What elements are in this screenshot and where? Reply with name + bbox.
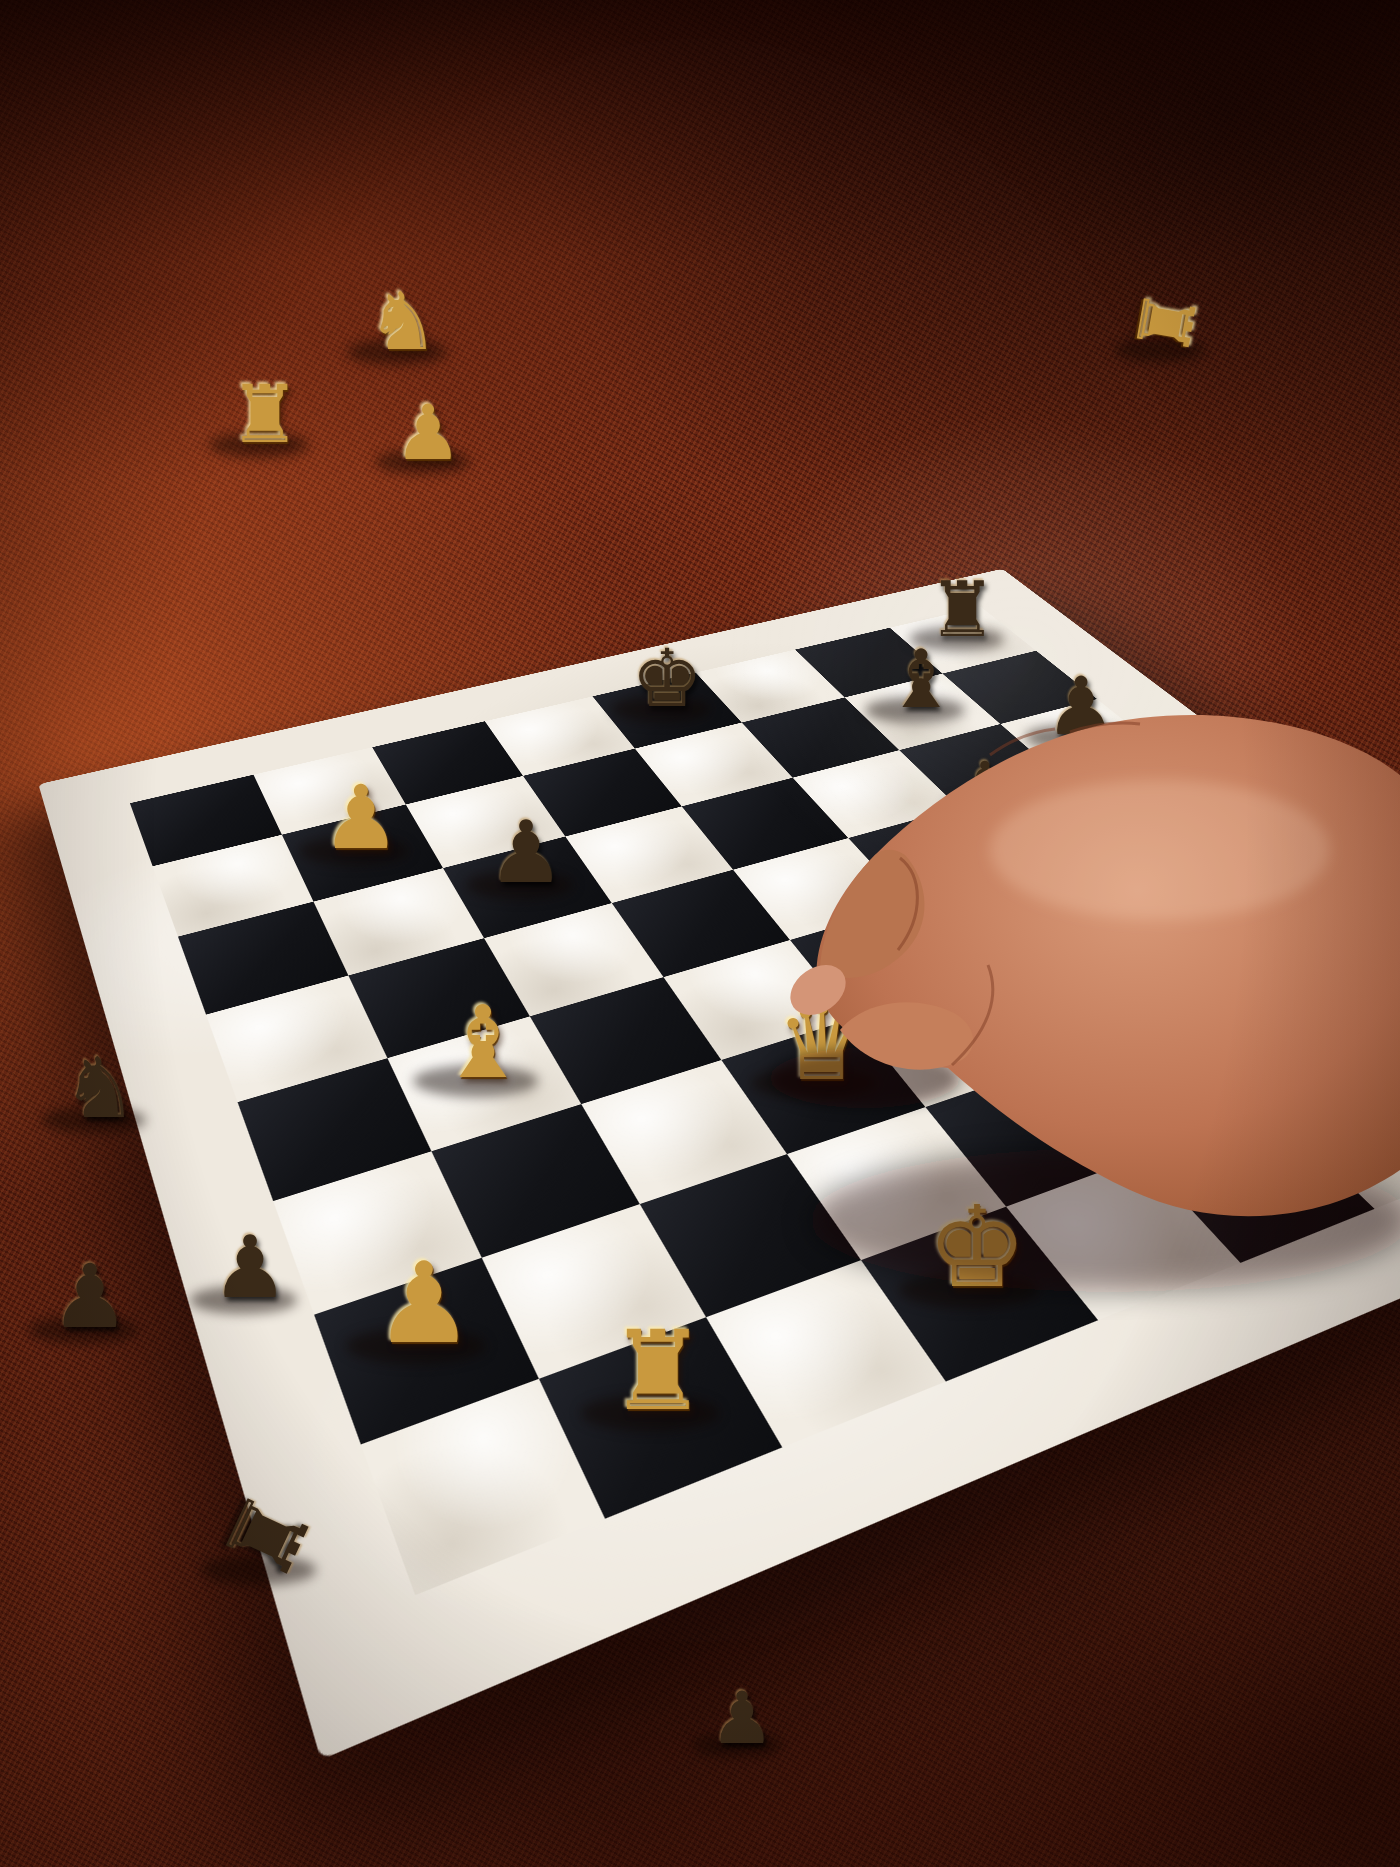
- captured-black-rook-4[interactable]: ♜: [206, 1478, 324, 1592]
- piece-white-bishop-b4[interactable]: ♝: [438, 993, 528, 1093]
- captured-black-pawn-2[interactable]: ♟: [51, 1253, 130, 1341]
- piece-white-rook-b1[interactable]: ♜: [609, 1316, 708, 1426]
- captured-white-knight-2[interactable]: ♞: [367, 282, 439, 362]
- piece-black-pawn-c6[interactable]: ♟: [487, 809, 564, 895]
- captured-white-rook-4[interactable]: ♜: [1124, 285, 1206, 361]
- captured-white-rook-1[interactable]: ♜: [229, 375, 301, 455]
- captured-black-knight-1[interactable]: ♞: [62, 1046, 137, 1130]
- captured-white-pawn-3[interactable]: ♟: [394, 395, 462, 471]
- captured-black-pawn-3[interactable]: ♟: [211, 1224, 288, 1310]
- piece-white-pawn-a2[interactable]: ♟: [374, 1247, 474, 1359]
- player-hand: [690, 600, 1400, 1320]
- piece-white-pawn-b7[interactable]: ♟: [322, 774, 401, 862]
- hand-highlight: [990, 780, 1330, 920]
- scene: ♚♜♝♟♟♟♟♞♝♛♝♟♟♜♚♜♞♟♜♞♟♟♜♟: [0, 0, 1400, 1867]
- captured-black-pawn-5[interactable]: ♟: [710, 1682, 775, 1754]
